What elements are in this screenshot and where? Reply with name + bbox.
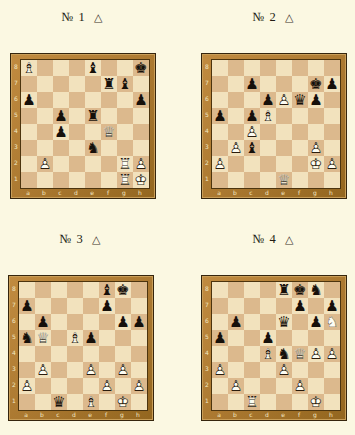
square-g6: ♟ xyxy=(115,314,131,330)
square-g5 xyxy=(117,108,133,124)
square-b5 xyxy=(228,108,244,124)
square-c1 xyxy=(53,172,69,188)
square-g8: ♚ xyxy=(115,282,131,298)
square-a3 xyxy=(19,362,35,378)
file-label-b: b xyxy=(36,189,52,197)
square-b4 xyxy=(37,124,53,140)
square-h7: ♟ xyxy=(324,76,340,92)
file-label-a: a xyxy=(18,411,34,419)
square-e7 xyxy=(276,76,292,92)
rank-label-3: 3 xyxy=(12,139,20,155)
square-f1 xyxy=(292,172,308,188)
square-c7 xyxy=(53,76,69,92)
rank-label-1: 1 xyxy=(10,393,18,409)
white-queen: ♛♕ xyxy=(292,346,308,362)
square-e3: ♞ xyxy=(85,140,101,156)
square-h1 xyxy=(324,394,340,410)
square-d7 xyxy=(260,298,276,314)
square-b3: ♟♙ xyxy=(35,362,51,378)
square-g8 xyxy=(117,60,133,76)
black-pawn: ♟ xyxy=(244,108,260,124)
rank-coordinates: 87654321 xyxy=(203,281,211,411)
square-c2 xyxy=(51,378,67,394)
file-label-h: h xyxy=(132,189,148,197)
white-pawn: ♟♙ xyxy=(35,362,51,378)
square-b5: ♛♕ xyxy=(35,330,51,346)
black-king: ♚ xyxy=(292,282,308,298)
square-g3 xyxy=(117,140,133,156)
file-label-h: h xyxy=(323,411,339,419)
square-c4 xyxy=(244,346,260,362)
square-d2 xyxy=(260,378,276,394)
black-pawn: ♟ xyxy=(131,314,147,330)
square-h5 xyxy=(324,330,340,346)
square-f6 xyxy=(99,314,115,330)
rank-label-7: 7 xyxy=(203,75,211,91)
square-h6: ♞♘ xyxy=(324,314,340,330)
square-a6 xyxy=(212,92,228,108)
white-king: ♚♔ xyxy=(115,394,131,410)
square-g4 xyxy=(115,346,131,362)
square-c1: ♛ xyxy=(51,394,67,410)
square-g7: ♚ xyxy=(308,76,324,92)
square-e4 xyxy=(276,124,292,140)
square-g2: ♜♖ xyxy=(117,156,133,172)
diagram-2-panel: № 2 △ 87654321♟♚♟♟♟♙♛♟♟♟♝♗♟♙♟♙♝♟♙♟♙♚♔♟♙♛… xyxy=(201,7,346,199)
square-b8 xyxy=(37,60,53,76)
rank-label-6: 6 xyxy=(12,91,20,107)
black-pawn: ♟ xyxy=(324,76,340,92)
square-a2 xyxy=(212,378,228,394)
rank-label-7: 7 xyxy=(12,75,20,91)
square-f4 xyxy=(99,346,115,362)
black-pawn: ♟ xyxy=(308,314,324,330)
square-h4 xyxy=(131,346,147,362)
square-a7 xyxy=(212,76,228,92)
diagram-3-number: № 3 xyxy=(60,232,84,246)
square-h7 xyxy=(131,298,147,314)
square-f3 xyxy=(292,362,308,378)
square-f8 xyxy=(292,60,308,76)
square-e3: ♟♙ xyxy=(83,362,99,378)
square-d1 xyxy=(260,394,276,410)
square-a5: ♟ xyxy=(212,108,228,124)
square-c5 xyxy=(244,330,260,346)
square-g1 xyxy=(308,172,324,188)
white-pawn: ♟♙ xyxy=(308,346,324,362)
square-f5 xyxy=(292,108,308,124)
white-to-move-triangle-icon: △ xyxy=(285,11,294,24)
square-c1: ♜♖ xyxy=(244,394,260,410)
square-d7 xyxy=(260,76,276,92)
diagram-2-label: № 2 △ xyxy=(253,10,295,25)
chessboard-1-frame: 87654321♝♗♝♚♜♝♟♟♟♜♟♛♕♞♟♙♜♖♟♙♜♖♚♔abcdefgh xyxy=(10,53,156,199)
square-h3 xyxy=(324,140,340,156)
square-c5 xyxy=(51,330,67,346)
rank-coordinates: 87654321 xyxy=(12,59,20,189)
square-f4: ♛♕ xyxy=(292,346,308,362)
square-b7 xyxy=(37,76,53,92)
white-pawn: ♟♙ xyxy=(324,346,340,362)
black-king: ♚ xyxy=(115,282,131,298)
square-b6: ♟ xyxy=(35,314,51,330)
square-b4 xyxy=(35,346,51,362)
black-knight: ♞ xyxy=(19,330,35,346)
square-b8 xyxy=(35,282,51,298)
file-label-b: b xyxy=(227,411,243,419)
square-c1 xyxy=(244,172,260,188)
rank-label-2: 2 xyxy=(12,155,20,171)
file-label-c: c xyxy=(52,189,68,197)
file-coordinates: abcdefgh xyxy=(18,411,148,419)
rank-label-3: 3 xyxy=(203,139,211,155)
rank-label-2: 2 xyxy=(10,377,18,393)
white-pawn: ♟♙ xyxy=(212,362,228,378)
square-g6 xyxy=(117,92,133,108)
white-knight: ♞♘ xyxy=(324,314,340,330)
diagram-3-panel: № 3 △ 87654321♝♚♟♟♟♟♟♞♛♕♝♗♟♟♙♟♙♟♙♟♙♟♙♟♙♛… xyxy=(8,229,153,421)
rank-label-6: 6 xyxy=(203,91,211,107)
file-label-f: f xyxy=(100,189,116,197)
chessboard-3-frame: 87654321♝♚♟♟♟♟♟♞♛♕♝♗♟♟♙♟♙♟♙♟♙♟♙♟♙♛♝♗♚♔ab… xyxy=(8,275,154,421)
square-h8 xyxy=(324,60,340,76)
square-e1 xyxy=(85,172,101,188)
rank-label-6: 6 xyxy=(203,313,211,329)
square-c7: ♟ xyxy=(244,76,260,92)
square-g8 xyxy=(308,60,324,76)
chessboard-4: 87654321♜♚♞♟♟♟♛♟♞♘♟♟♝♗♞♛♕♟♙♟♙♟♙♟♙♟♙♟♙♜♖♚… xyxy=(203,281,341,419)
square-d2 xyxy=(69,156,85,172)
file-label-b: b xyxy=(34,411,50,419)
square-g7 xyxy=(115,298,131,314)
square-b8 xyxy=(228,282,244,298)
square-f8: ♝ xyxy=(99,282,115,298)
black-queen: ♛ xyxy=(276,314,292,330)
square-e8 xyxy=(83,282,99,298)
square-e5: ♜ xyxy=(85,108,101,124)
square-d5 xyxy=(69,108,85,124)
square-a1 xyxy=(21,172,37,188)
square-f8: ♚ xyxy=(292,282,308,298)
rank-label-8: 8 xyxy=(12,59,20,75)
square-d3 xyxy=(260,140,276,156)
square-b4 xyxy=(228,124,244,140)
white-pawn: ♟♙ xyxy=(244,124,260,140)
square-h2 xyxy=(324,378,340,394)
square-c4 xyxy=(51,346,67,362)
square-b6 xyxy=(228,92,244,108)
square-b5 xyxy=(228,330,244,346)
square-d3 xyxy=(67,362,83,378)
square-f3 xyxy=(99,362,115,378)
square-c2 xyxy=(244,156,260,172)
square-f1 xyxy=(101,172,117,188)
square-f5 xyxy=(292,330,308,346)
square-d1 xyxy=(69,172,85,188)
square-h4 xyxy=(324,124,340,140)
square-d6 xyxy=(67,314,83,330)
square-c3 xyxy=(244,362,260,378)
square-e3: ♟♙ xyxy=(276,362,292,378)
square-b6 xyxy=(37,92,53,108)
square-h6: ♟ xyxy=(133,92,149,108)
white-pawn: ♟♙ xyxy=(228,378,244,394)
square-c2 xyxy=(53,156,69,172)
black-knight: ♞ xyxy=(85,140,101,156)
square-f7: ♟ xyxy=(99,298,115,314)
white-bishop: ♝♗ xyxy=(83,394,99,410)
black-pawn: ♟ xyxy=(83,330,99,346)
black-pawn: ♟ xyxy=(99,298,115,314)
square-h5 xyxy=(133,108,149,124)
square-e2 xyxy=(85,156,101,172)
square-f6: ♛ xyxy=(292,92,308,108)
square-g3 xyxy=(308,362,324,378)
square-h2: ♟♙ xyxy=(324,156,340,172)
square-a5 xyxy=(21,108,37,124)
file-label-g: g xyxy=(307,411,323,419)
square-g6: ♟ xyxy=(308,92,324,108)
rank-label-2: 2 xyxy=(203,377,211,393)
white-bishop: ♝♗ xyxy=(260,108,276,124)
white-bishop: ♝♗ xyxy=(21,60,37,76)
black-pawn: ♟ xyxy=(53,108,69,124)
square-g6: ♟ xyxy=(308,314,324,330)
square-a3 xyxy=(212,140,228,156)
black-bishop: ♝ xyxy=(244,140,260,156)
file-label-f: f xyxy=(291,189,307,197)
square-a7: ♟ xyxy=(19,298,35,314)
rank-coordinates: 87654321 xyxy=(203,59,211,189)
black-pawn: ♟ xyxy=(212,330,228,346)
square-g5 xyxy=(308,108,324,124)
file-label-d: d xyxy=(66,411,82,419)
black-knight: ♞ xyxy=(308,282,324,298)
file-label-a: a xyxy=(211,189,227,197)
square-h5 xyxy=(324,108,340,124)
white-pawn: ♟♙ xyxy=(37,156,53,172)
square-a6 xyxy=(212,314,228,330)
square-e4 xyxy=(85,124,101,140)
square-a1 xyxy=(212,172,228,188)
square-c6 xyxy=(51,314,67,330)
square-a4 xyxy=(21,124,37,140)
square-d2 xyxy=(67,378,83,394)
square-d5: ♝♗ xyxy=(67,330,83,346)
file-label-c: c xyxy=(243,411,259,419)
square-c5: ♟ xyxy=(244,108,260,124)
square-f8 xyxy=(101,60,117,76)
square-b1 xyxy=(228,172,244,188)
square-a3 xyxy=(21,140,37,156)
chessboard-4-frame: 87654321♜♚♞♟♟♟♛♟♞♘♟♟♝♗♞♛♕♟♙♟♙♟♙♟♙♟♙♟♙♜♖♚… xyxy=(201,275,347,421)
white-pawn: ♟♙ xyxy=(324,156,340,172)
square-a5: ♞ xyxy=(19,330,35,346)
square-h2: ♟♙ xyxy=(133,156,149,172)
white-queen: ♛♕ xyxy=(35,330,51,346)
square-g7: ♝ xyxy=(117,76,133,92)
square-a2: ♟♙ xyxy=(19,378,35,394)
rank-label-5: 5 xyxy=(203,107,211,123)
square-a7 xyxy=(212,298,228,314)
square-g4 xyxy=(117,124,133,140)
square-e8: ♜ xyxy=(276,282,292,298)
white-queen: ♛♕ xyxy=(101,124,117,140)
rank-label-5: 5 xyxy=(10,329,18,345)
rank-label-5: 5 xyxy=(12,107,20,123)
rank-label-3: 3 xyxy=(10,361,18,377)
file-label-f: f xyxy=(98,411,114,419)
black-pawn: ♟ xyxy=(260,330,276,346)
file-coordinates: abcdefgh xyxy=(211,411,341,419)
square-e7 xyxy=(276,298,292,314)
square-h3 xyxy=(131,362,147,378)
diagram-1-number: № 1 xyxy=(62,10,86,24)
black-pawn: ♟ xyxy=(115,314,131,330)
diagram-2-number: № 2 xyxy=(253,10,277,24)
file-label-h: h xyxy=(130,411,146,419)
square-e2 xyxy=(83,378,99,394)
square-e2 xyxy=(276,378,292,394)
square-d7 xyxy=(69,76,85,92)
file-label-c: c xyxy=(50,411,66,419)
rank-label-7: 7 xyxy=(10,297,18,313)
square-e2 xyxy=(276,156,292,172)
square-g1: ♚♔ xyxy=(308,394,324,410)
square-h1 xyxy=(131,394,147,410)
file-label-a: a xyxy=(20,189,36,197)
white-pawn: ♟♙ xyxy=(308,140,324,156)
square-e1 xyxy=(276,394,292,410)
square-f5 xyxy=(101,108,117,124)
square-f4: ♛♕ xyxy=(101,124,117,140)
square-a4 xyxy=(19,346,35,362)
file-label-g: g xyxy=(114,411,130,419)
square-a5: ♟ xyxy=(212,330,228,346)
square-d6 xyxy=(260,314,276,330)
diagram-4-label: № 4 △ xyxy=(253,232,295,247)
square-a4 xyxy=(212,124,228,140)
black-knight: ♞ xyxy=(276,346,292,362)
square-a8: ♝♗ xyxy=(21,60,37,76)
square-e8 xyxy=(276,60,292,76)
white-pawn: ♟♙ xyxy=(83,362,99,378)
rank-label-4: 4 xyxy=(10,345,18,361)
square-d8 xyxy=(260,282,276,298)
square-a1 xyxy=(212,394,228,410)
square-h2: ♟♙ xyxy=(131,378,147,394)
square-b6: ♟ xyxy=(228,314,244,330)
square-d7 xyxy=(67,298,83,314)
chessboard-3: 87654321♝♚♟♟♟♟♟♞♛♕♝♗♟♟♙♟♙♟♙♟♙♟♙♟♙♛♝♗♚♔ab… xyxy=(10,281,148,419)
rank-label-4: 4 xyxy=(203,123,211,139)
rank-label-4: 4 xyxy=(12,123,20,139)
white-queen: ♛♕ xyxy=(276,172,292,188)
black-king: ♚ xyxy=(308,76,324,92)
black-pawn: ♟ xyxy=(53,124,69,140)
square-b7 xyxy=(228,76,244,92)
white-rook: ♜♖ xyxy=(117,172,133,188)
square-e5 xyxy=(276,330,292,346)
square-c3 xyxy=(51,362,67,378)
rank-label-1: 1 xyxy=(12,171,20,187)
black-rook: ♜ xyxy=(85,108,101,124)
square-f1 xyxy=(292,394,308,410)
square-c3 xyxy=(53,140,69,156)
square-h1: ♚♔ xyxy=(133,172,149,188)
square-g8: ♞ xyxy=(308,282,324,298)
square-c6 xyxy=(53,92,69,108)
rank-label-1: 1 xyxy=(203,171,211,187)
file-label-e: e xyxy=(84,189,100,197)
board-grid: ♝♚♟♟♟♟♟♞♛♕♝♗♟♟♙♟♙♟♙♟♙♟♙♟♙♛♝♗♚♔ xyxy=(18,281,148,411)
square-e7 xyxy=(85,76,101,92)
white-king: ♚♔ xyxy=(308,394,324,410)
diagram-4-panel: № 4 △ 87654321♜♚♞♟♟♟♛♟♞♘♟♟♝♗♞♛♕♟♙♟♙♟♙♟♙♟… xyxy=(201,229,346,421)
square-b2: ♟♙ xyxy=(228,378,244,394)
black-pawn: ♟ xyxy=(133,92,149,108)
square-d5: ♟ xyxy=(260,330,276,346)
rank-label-4: 4 xyxy=(203,345,211,361)
file-label-b: b xyxy=(227,189,243,197)
white-pawn: ♟♙ xyxy=(131,378,147,394)
square-e6 xyxy=(85,92,101,108)
square-a3: ♟♙ xyxy=(212,362,228,378)
white-to-move-triangle-icon: △ xyxy=(92,233,101,246)
white-pawn: ♟♙ xyxy=(133,156,149,172)
square-f3 xyxy=(101,140,117,156)
square-e1: ♝♗ xyxy=(83,394,99,410)
file-label-e: e xyxy=(275,411,291,419)
white-to-move-triangle-icon: △ xyxy=(94,11,103,24)
black-bishop: ♝ xyxy=(99,282,115,298)
black-king: ♚ xyxy=(133,60,149,76)
white-rook: ♜♖ xyxy=(244,394,260,410)
square-b2: ♟♙ xyxy=(37,156,53,172)
square-b1 xyxy=(35,394,51,410)
square-e5 xyxy=(276,108,292,124)
square-f4 xyxy=(292,124,308,140)
square-f2 xyxy=(101,156,117,172)
square-f6 xyxy=(101,92,117,108)
diagram-4-number: № 4 xyxy=(253,232,277,246)
square-d8 xyxy=(69,60,85,76)
board-grid: ♟♚♟♟♟♙♛♟♟♟♝♗♟♙♟♙♝♟♙♟♙♚♔♟♙♛♕ xyxy=(211,59,341,189)
square-f5 xyxy=(99,330,115,346)
square-d1 xyxy=(260,172,276,188)
square-c4: ♟♙ xyxy=(244,124,260,140)
square-a8 xyxy=(212,60,228,76)
square-h3 xyxy=(324,362,340,378)
square-d2 xyxy=(260,156,276,172)
square-h8 xyxy=(324,282,340,298)
square-e6: ♛ xyxy=(276,314,292,330)
square-d3 xyxy=(260,362,276,378)
square-a8 xyxy=(212,282,228,298)
square-h6 xyxy=(324,92,340,108)
black-pawn: ♟ xyxy=(292,298,308,314)
square-c4: ♟ xyxy=(53,124,69,140)
black-pawn: ♟ xyxy=(260,92,276,108)
square-d8 xyxy=(260,60,276,76)
white-pawn: ♟♙ xyxy=(99,378,115,394)
white-rook: ♜♖ xyxy=(117,156,133,172)
square-d6: ♟ xyxy=(260,92,276,108)
square-g3: ♟♙ xyxy=(308,140,324,156)
square-h6: ♟ xyxy=(131,314,147,330)
white-pawn: ♟♙ xyxy=(212,156,228,172)
file-label-c: c xyxy=(243,189,259,197)
